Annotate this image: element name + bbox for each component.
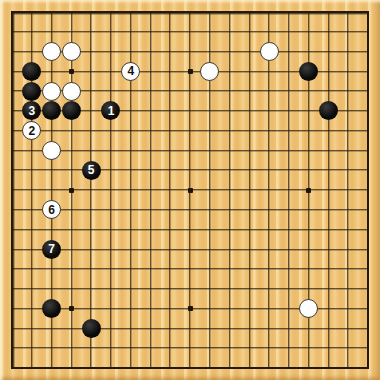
hoshi-point xyxy=(188,306,193,311)
stone-white-c4r5 xyxy=(62,82,81,101)
hoshi-point xyxy=(188,69,193,74)
stone-black-c4r6 xyxy=(62,101,81,120)
stone-black-c3r6 xyxy=(42,101,61,120)
go-board: 1234567 xyxy=(0,0,380,380)
hoshi-point xyxy=(306,188,311,193)
stone-white-c3r8 xyxy=(42,141,61,160)
stone-black-move-3-c2r6: 3 xyxy=(22,101,41,120)
stone-black-c17r6 xyxy=(319,101,338,120)
stone-layer: 1234567 xyxy=(2,2,378,378)
stone-black-c16r4 xyxy=(299,62,318,81)
stone-white-move-2-c2r7: 2 xyxy=(22,121,41,140)
stone-black-c3r16 xyxy=(42,299,61,318)
stone-white-c3r3 xyxy=(42,42,61,61)
stone-black-move-1-c6r6: 1 xyxy=(101,101,120,120)
stone-white-move-4-c7r4: 4 xyxy=(121,62,140,81)
hoshi-point xyxy=(69,69,74,74)
stone-black-move-7-c3r13: 7 xyxy=(42,240,61,259)
stone-white-move-6-c3r11: 6 xyxy=(42,200,61,219)
stone-black-move-5-c5r9: 5 xyxy=(82,161,101,180)
stone-white-c16r16 xyxy=(299,299,318,318)
stone-white-c11r4 xyxy=(200,62,219,81)
stone-black-c2r5 xyxy=(22,82,41,101)
hoshi-point xyxy=(188,188,193,193)
stone-black-c2r4 xyxy=(22,62,41,81)
hoshi-point xyxy=(69,188,74,193)
stone-white-c14r3 xyxy=(260,42,279,61)
stone-black-c5r17 xyxy=(82,319,101,338)
stone-white-c3r5 xyxy=(42,82,61,101)
stone-white-c4r3 xyxy=(62,42,81,61)
hoshi-point xyxy=(69,306,74,311)
